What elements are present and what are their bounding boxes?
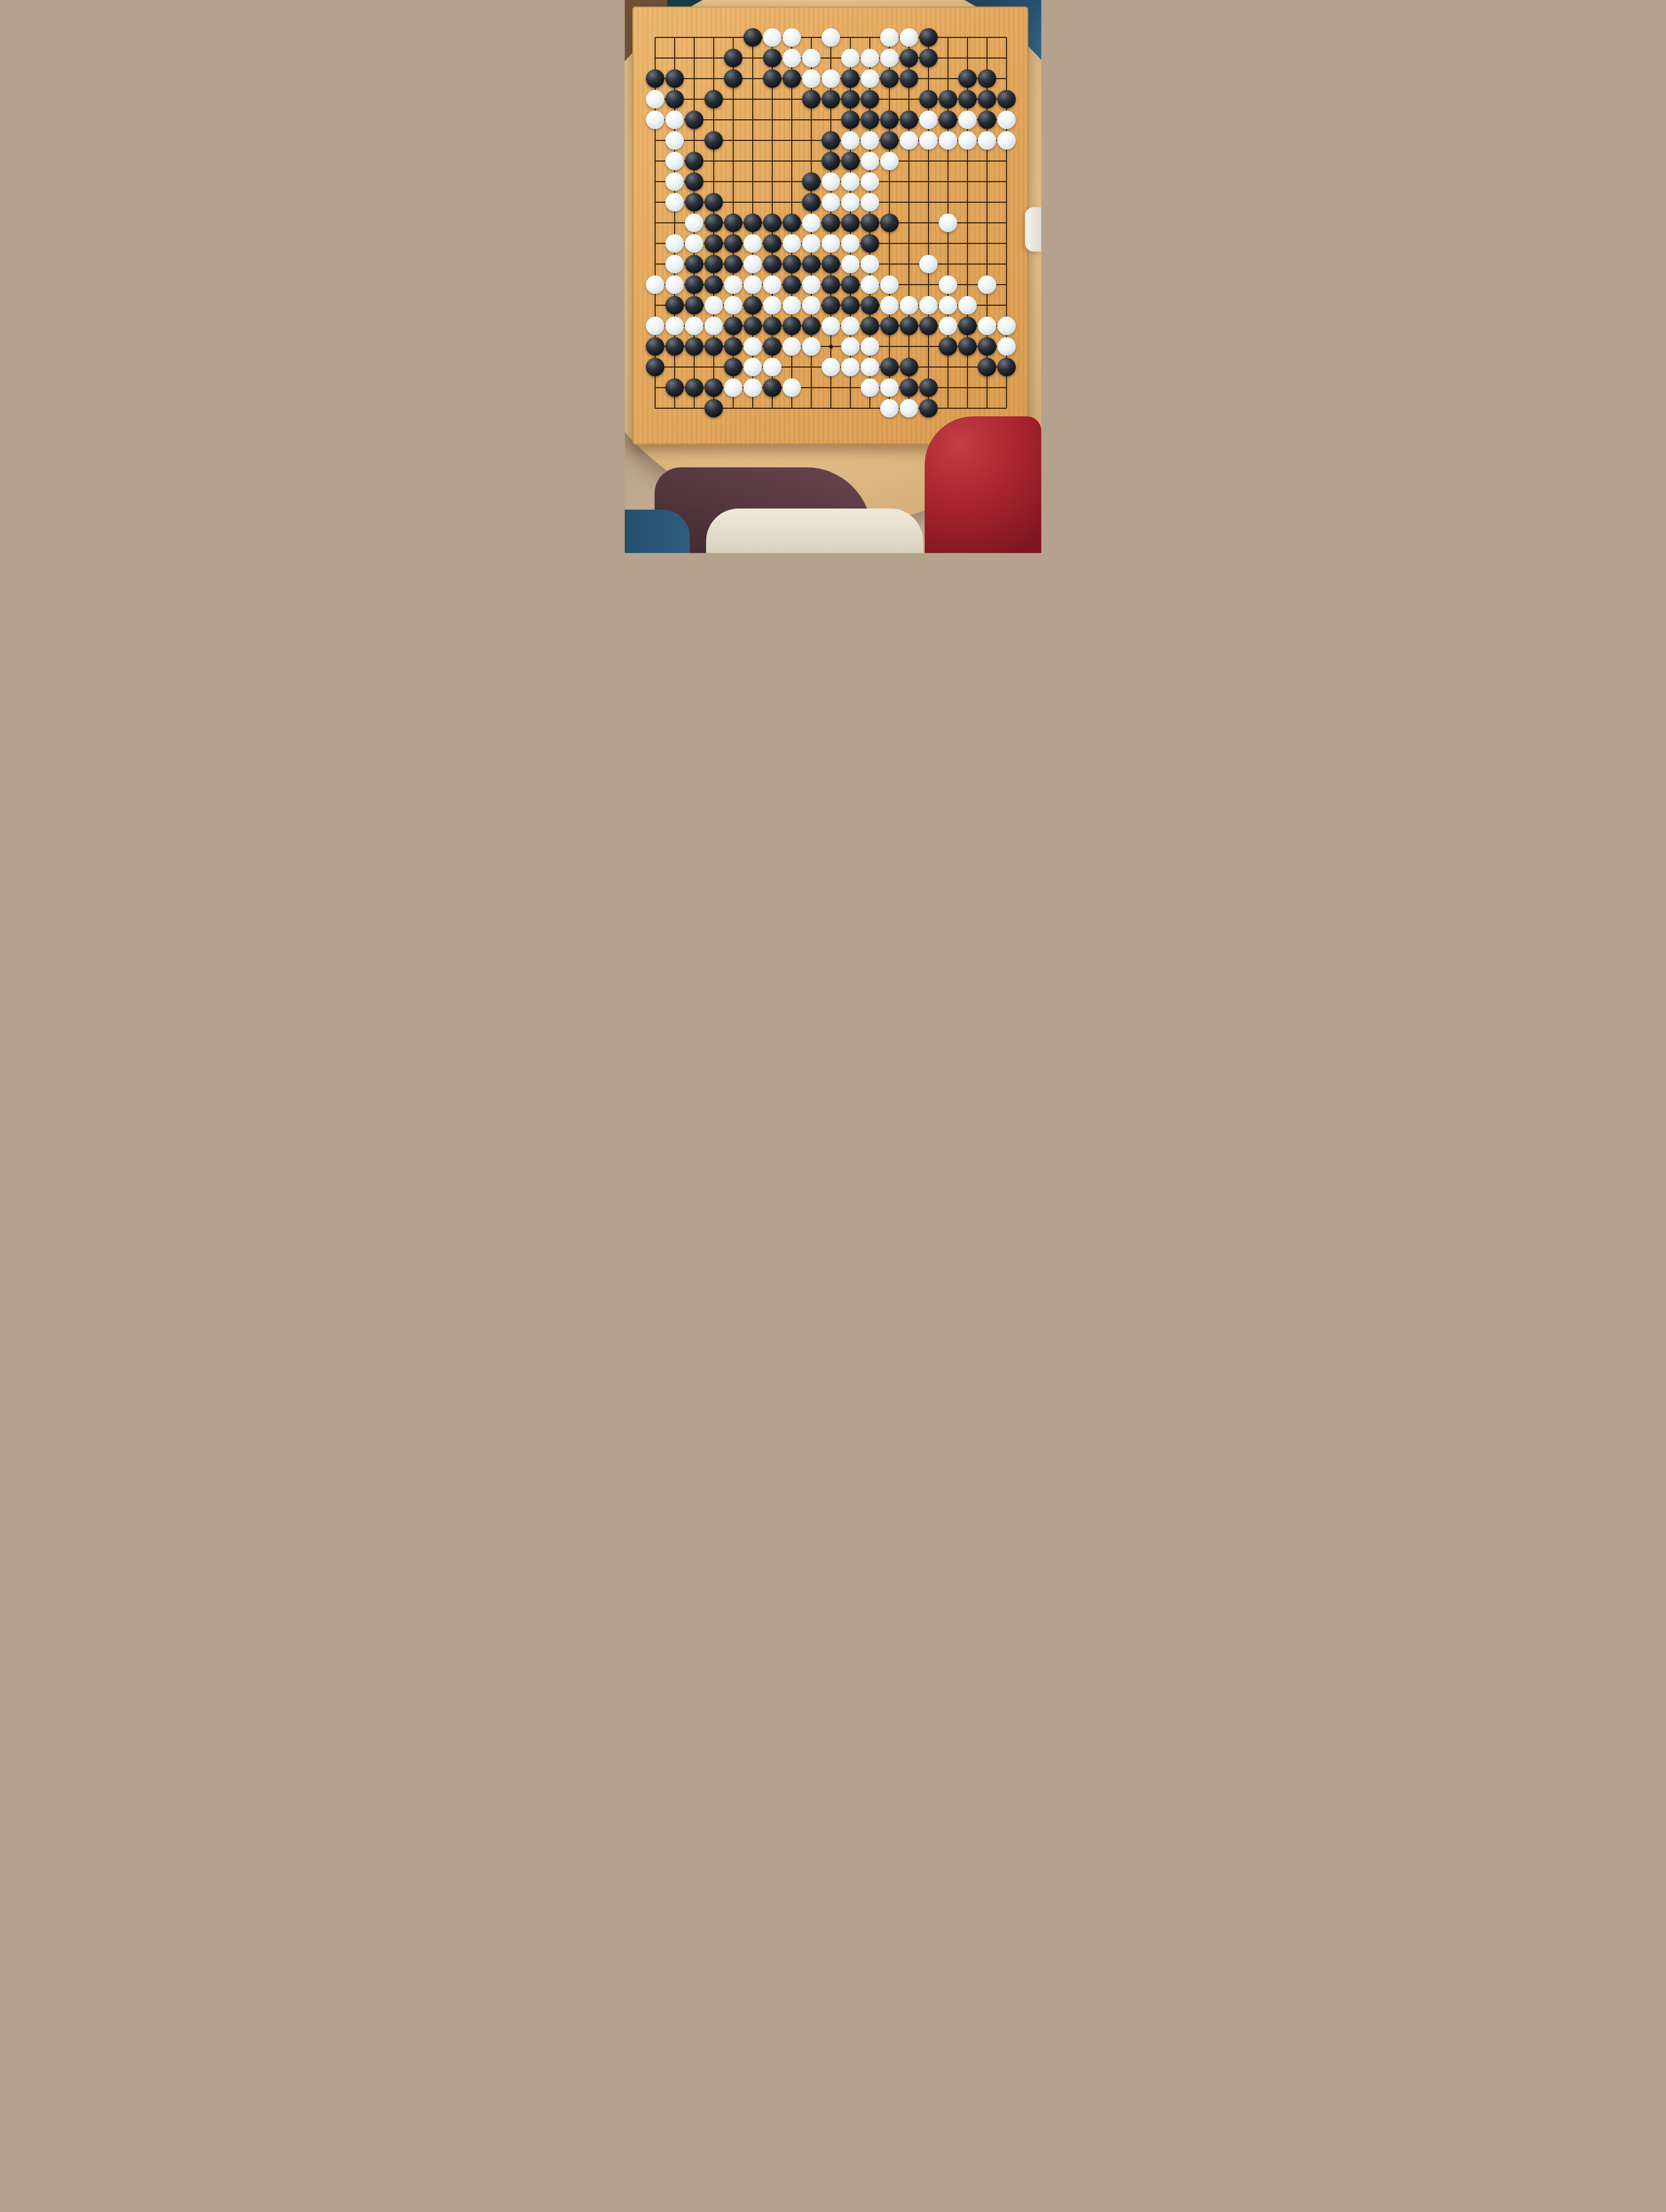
intersection-4-13[interactable] [704,274,723,295]
intersection-9-19[interactable] [802,398,821,419]
intersection-18-16[interactable] [977,336,997,357]
intersection-19-8[interactable] [997,171,1016,192]
intersection-12-12[interactable] [860,254,880,274]
intersection-12-4[interactable] [860,89,880,110]
intersection-15-9[interactable] [919,192,938,213]
intersection-16-19[interactable] [938,398,958,419]
intersection-19-15[interactable] [997,316,1016,336]
intersection-8-18[interactable] [782,377,802,398]
intersection-19-18[interactable] [997,377,1016,398]
intersection-11-3[interactable] [841,68,860,89]
intersection-18-7[interactable] [977,151,997,171]
intersection-15-6[interactable] [919,130,938,151]
intersection-12-10[interactable] [860,213,880,233]
intersection-19-1[interactable] [997,27,1016,48]
intersection-9-10[interactable] [802,213,821,233]
intersection-12-18[interactable] [860,377,880,398]
intersection-2-4[interactable] [665,89,684,110]
intersection-14-7[interactable] [899,151,919,171]
intersection-8-9[interactable] [782,192,802,213]
intersection-2-11[interactable] [665,233,684,254]
intersection-18-19[interactable] [977,398,997,419]
intersection-12-9[interactable] [860,192,880,213]
intersection-18-14[interactable] [977,295,997,316]
intersection-13-14[interactable] [880,295,899,316]
intersection-10-9[interactable] [821,192,841,213]
intersection-16-2[interactable] [938,48,958,68]
intersection-11-17[interactable] [841,357,860,377]
intersection-16-8[interactable] [938,171,958,192]
intersection-10-4[interactable] [821,89,841,110]
intersection-4-1[interactable] [704,27,723,48]
intersection-5-10[interactable] [723,213,743,233]
intersection-6-13[interactable] [743,274,762,295]
intersection-2-1[interactable] [665,27,684,48]
intersection-19-19[interactable] [997,398,1016,419]
intersection-9-16[interactable] [802,336,821,357]
intersection-17-16[interactable] [958,336,977,357]
intersection-1-11[interactable] [645,233,665,254]
intersection-3-3[interactable] [684,68,704,89]
intersection-9-2[interactable] [802,48,821,68]
intersection-5-8[interactable] [723,171,743,192]
intersection-13-11[interactable] [880,233,899,254]
intersection-17-18[interactable] [958,377,977,398]
intersection-4-12[interactable] [704,254,723,274]
intersection-11-8[interactable] [841,171,860,192]
intersection-18-5[interactable] [977,110,997,130]
intersection-9-7[interactable] [802,151,821,171]
intersection-12-6[interactable] [860,130,880,151]
intersection-14-15[interactable] [899,316,919,336]
intersection-16-10[interactable] [938,213,958,233]
intersection-19-5[interactable] [997,110,1016,130]
intersection-15-2[interactable] [919,48,938,68]
intersection-10-11[interactable] [821,233,841,254]
intersection-3-7[interactable] [684,151,704,171]
intersection-4-11[interactable] [704,233,723,254]
intersection-16-11[interactable] [938,233,958,254]
intersection-4-10[interactable] [704,213,723,233]
intersection-6-6[interactable] [743,130,762,151]
intersection-2-13[interactable] [665,274,684,295]
intersection-19-6[interactable] [997,130,1016,151]
intersection-3-6[interactable] [684,130,704,151]
intersection-12-5[interactable] [860,110,880,130]
intersection-3-14[interactable] [684,295,704,316]
intersection-6-9[interactable] [743,192,762,213]
intersection-14-4[interactable] [899,89,919,110]
intersection-7-3[interactable] [762,68,782,89]
intersection-8-14[interactable] [782,295,802,316]
intersection-19-11[interactable] [997,233,1016,254]
intersection-13-5[interactable] [880,110,899,130]
intersection-18-12[interactable] [977,254,997,274]
intersection-14-16[interactable] [899,336,919,357]
intersection-7-18[interactable] [762,377,782,398]
intersection-6-14[interactable] [743,295,762,316]
intersection-11-13[interactable] [841,274,860,295]
intersection-7-14[interactable] [762,295,782,316]
intersection-9-1[interactable] [802,27,821,48]
intersection-6-18[interactable] [743,377,762,398]
intersection-17-1[interactable] [958,27,977,48]
intersection-8-4[interactable] [782,89,802,110]
intersection-7-7[interactable] [762,151,782,171]
intersection-9-11[interactable] [802,233,821,254]
intersection-13-6[interactable] [880,130,899,151]
intersection-15-13[interactable] [919,274,938,295]
intersection-13-9[interactable] [880,192,899,213]
intersection-16-9[interactable] [938,192,958,213]
intersection-5-14[interactable] [723,295,743,316]
intersection-13-16[interactable] [880,336,899,357]
intersection-10-8[interactable] [821,171,841,192]
intersection-8-17[interactable] [782,357,802,377]
intersection-14-10[interactable] [899,213,919,233]
intersection-4-16[interactable] [704,336,723,357]
intersection-16-5[interactable] [938,110,958,130]
intersection-15-18[interactable] [919,377,938,398]
intersection-5-3[interactable] [723,68,743,89]
intersection-7-16[interactable] [762,336,782,357]
intersection-2-19[interactable] [665,398,684,419]
intersection-10-1[interactable] [821,27,841,48]
intersection-7-11[interactable] [762,233,782,254]
intersection-5-19[interactable] [723,398,743,419]
intersection-19-10[interactable] [997,213,1016,233]
intersection-4-9[interactable] [704,192,723,213]
intersection-5-4[interactable] [723,89,743,110]
intersection-12-13[interactable] [860,274,880,295]
intersection-9-12[interactable] [802,254,821,274]
intersection-1-6[interactable] [645,130,665,151]
intersection-16-17[interactable] [938,357,958,377]
intersection-3-19[interactable] [684,398,704,419]
intersection-10-18[interactable] [821,377,841,398]
intersection-11-5[interactable] [841,110,860,130]
intersection-17-8[interactable] [958,171,977,192]
intersection-2-2[interactable] [665,48,684,68]
intersection-19-2[interactable] [997,48,1016,68]
intersection-1-18[interactable] [645,377,665,398]
intersection-4-15[interactable] [704,316,723,336]
intersection-16-14[interactable] [938,295,958,316]
intersection-15-7[interactable] [919,151,938,171]
intersection-17-10[interactable] [958,213,977,233]
intersection-4-18[interactable] [704,377,723,398]
intersection-3-15[interactable] [684,316,704,336]
intersection-16-12[interactable] [938,254,958,274]
intersection-11-6[interactable] [841,130,860,151]
intersection-12-2[interactable] [860,48,880,68]
intersection-1-7[interactable] [645,151,665,171]
intersection-14-13[interactable] [899,274,919,295]
intersection-18-18[interactable] [977,377,997,398]
intersection-17-4[interactable] [958,89,977,110]
intersection-17-5[interactable] [958,110,977,130]
intersection-16-13[interactable] [938,274,958,295]
intersection-7-10[interactable] [762,213,782,233]
intersection-11-19[interactable] [841,398,860,419]
intersection-5-13[interactable] [723,274,743,295]
intersection-10-13[interactable] [821,274,841,295]
intersection-6-10[interactable] [743,213,762,233]
intersection-5-12[interactable] [723,254,743,274]
intersection-1-10[interactable] [645,213,665,233]
intersection-9-18[interactable] [802,377,821,398]
intersection-6-5[interactable] [743,110,762,130]
intersection-2-6[interactable] [665,130,684,151]
intersection-7-4[interactable] [762,89,782,110]
intersection-2-10[interactable] [665,213,684,233]
intersection-17-19[interactable] [958,398,977,419]
intersection-3-16[interactable] [684,336,704,357]
intersection-16-7[interactable] [938,151,958,171]
intersection-9-15[interactable] [802,316,821,336]
intersection-5-2[interactable] [723,48,743,68]
intersection-12-17[interactable] [860,357,880,377]
intersection-2-17[interactable] [665,357,684,377]
intersection-10-19[interactable] [821,398,841,419]
intersection-14-14[interactable] [899,295,919,316]
intersection-10-7[interactable] [821,151,841,171]
intersection-2-5[interactable] [665,110,684,130]
intersection-8-8[interactable] [782,171,802,192]
intersection-5-1[interactable] [723,27,743,48]
intersection-5-7[interactable] [723,151,743,171]
intersection-14-2[interactable] [899,48,919,68]
intersection-5-16[interactable] [723,336,743,357]
intersection-6-7[interactable] [743,151,762,171]
intersection-10-14[interactable] [821,295,841,316]
intersection-4-2[interactable] [704,48,723,68]
intersection-2-15[interactable] [665,316,684,336]
intersection-7-5[interactable] [762,110,782,130]
intersection-18-6[interactable] [977,130,997,151]
intersection-15-16[interactable] [919,336,938,357]
intersection-17-7[interactable] [958,151,977,171]
intersection-11-11[interactable] [841,233,860,254]
intersection-19-13[interactable] [997,274,1016,295]
intersection-10-3[interactable] [821,68,841,89]
intersection-3-17[interactable] [684,357,704,377]
intersection-17-17[interactable] [958,357,977,377]
intersection-1-15[interactable] [645,316,665,336]
intersection-10-15[interactable] [821,316,841,336]
intersection-5-17[interactable] [723,357,743,377]
intersection-7-13[interactable] [762,274,782,295]
intersection-12-15[interactable] [860,316,880,336]
intersection-8-11[interactable] [782,233,802,254]
intersection-18-17[interactable] [977,357,997,377]
intersection-15-12[interactable] [919,254,938,274]
intersection-2-18[interactable] [665,377,684,398]
intersection-10-6[interactable] [821,130,841,151]
intersection-13-1[interactable] [880,27,899,48]
intersection-1-13[interactable] [645,274,665,295]
intersection-4-8[interactable] [704,171,723,192]
intersection-3-4[interactable] [684,89,704,110]
intersection-2-8[interactable] [665,171,684,192]
intersection-13-10[interactable] [880,213,899,233]
intersection-17-2[interactable] [958,48,977,68]
intersection-10-10[interactable] [821,213,841,233]
intersection-6-8[interactable] [743,171,762,192]
intersection-5-18[interactable] [723,377,743,398]
intersection-1-1[interactable] [645,27,665,48]
intersection-15-10[interactable] [919,213,938,233]
intersection-7-2[interactable] [762,48,782,68]
intersection-13-12[interactable] [880,254,899,274]
intersection-18-13[interactable] [977,274,997,295]
intersection-16-3[interactable] [938,68,958,89]
intersection-14-3[interactable] [899,68,919,89]
intersection-15-8[interactable] [919,171,938,192]
intersection-2-14[interactable] [665,295,684,316]
intersection-12-11[interactable] [860,233,880,254]
intersection-18-8[interactable] [977,171,997,192]
intersection-11-18[interactable] [841,377,860,398]
intersection-13-13[interactable] [880,274,899,295]
intersection-19-12[interactable] [997,254,1016,274]
intersection-4-6[interactable] [704,130,723,151]
intersection-14-12[interactable] [899,254,919,274]
intersection-13-19[interactable] [880,398,899,419]
intersection-13-2[interactable] [880,48,899,68]
intersection-9-17[interactable] [802,357,821,377]
intersection-13-4[interactable] [880,89,899,110]
intersection-1-4[interactable] [645,89,665,110]
intersection-6-19[interactable] [743,398,762,419]
intersection-9-9[interactable] [802,192,821,213]
intersection-3-5[interactable] [684,110,704,130]
intersection-4-7[interactable] [704,151,723,171]
intersection-19-14[interactable] [997,295,1016,316]
intersection-17-9[interactable] [958,192,977,213]
intersection-13-7[interactable] [880,151,899,171]
intersection-19-17[interactable] [997,357,1016,377]
intersection-19-9[interactable] [997,192,1016,213]
intersection-18-15[interactable] [977,316,997,336]
intersection-8-6[interactable] [782,130,802,151]
intersection-11-1[interactable] [841,27,860,48]
intersection-3-2[interactable] [684,48,704,68]
intersection-12-16[interactable] [860,336,880,357]
intersection-18-1[interactable] [977,27,997,48]
intersection-3-11[interactable] [684,233,704,254]
intersection-2-7[interactable] [665,151,684,171]
intersection-15-4[interactable] [919,89,938,110]
intersection-17-14[interactable] [958,295,977,316]
intersection-8-2[interactable] [782,48,802,68]
intersection-8-1[interactable] [782,27,802,48]
intersection-17-15[interactable] [958,316,977,336]
intersection-3-9[interactable] [684,192,704,213]
intersection-13-15[interactable] [880,316,899,336]
intersection-14-11[interactable] [899,233,919,254]
intersection-1-9[interactable] [645,192,665,213]
intersection-17-11[interactable] [958,233,977,254]
intersection-4-3[interactable] [704,68,723,89]
intersection-15-17[interactable] [919,357,938,377]
intersection-7-17[interactable] [762,357,782,377]
intersection-3-1[interactable] [684,27,704,48]
intersection-11-7[interactable] [841,151,860,171]
intersection-19-3[interactable] [997,68,1016,89]
intersection-16-6[interactable] [938,130,958,151]
intersection-8-15[interactable] [782,316,802,336]
intersection-9-5[interactable] [802,110,821,130]
intersection-14-9[interactable] [899,192,919,213]
intersection-6-4[interactable] [743,89,762,110]
intersection-11-15[interactable] [841,316,860,336]
intersection-3-10[interactable] [684,213,704,233]
intersection-1-8[interactable] [645,171,665,192]
intersection-3-13[interactable] [684,274,704,295]
intersection-7-9[interactable] [762,192,782,213]
intersection-10-5[interactable] [821,110,841,130]
intersection-12-1[interactable] [860,27,880,48]
intersection-6-12[interactable] [743,254,762,274]
intersection-14-19[interactable] [899,398,919,419]
intersection-18-4[interactable] [977,89,997,110]
intersection-16-15[interactable] [938,316,958,336]
intersection-11-4[interactable] [841,89,860,110]
intersection-18-11[interactable] [977,233,997,254]
intersection-15-11[interactable] [919,233,938,254]
intersection-16-16[interactable] [938,336,958,357]
intersection-12-3[interactable] [860,68,880,89]
intersection-19-4[interactable] [997,89,1016,110]
intersection-8-13[interactable] [782,274,802,295]
intersection-9-6[interactable] [802,130,821,151]
intersection-12-14[interactable] [860,295,880,316]
intersection-7-19[interactable] [762,398,782,419]
intersection-7-8[interactable] [762,171,782,192]
intersection-7-15[interactable] [762,316,782,336]
intersection-4-5[interactable] [704,110,723,130]
intersection-14-17[interactable] [899,357,919,377]
intersection-5-9[interactable] [723,192,743,213]
intersection-18-2[interactable] [977,48,997,68]
intersection-18-3[interactable] [977,68,997,89]
intersection-5-5[interactable] [723,110,743,130]
intersection-11-9[interactable] [841,192,860,213]
intersection-4-19[interactable] [704,398,723,419]
intersection-12-19[interactable] [860,398,880,419]
intersection-1-19[interactable] [645,398,665,419]
intersection-4-4[interactable] [704,89,723,110]
intersection-1-5[interactable] [645,110,665,130]
intersection-8-5[interactable] [782,110,802,130]
intersection-6-1[interactable] [743,27,762,48]
intersection-17-3[interactable] [958,68,977,89]
intersection-3-12[interactable] [684,254,704,274]
intersection-7-6[interactable] [762,130,782,151]
intersection-9-14[interactable] [802,295,821,316]
intersection-8-16[interactable] [782,336,802,357]
intersection-8-19[interactable] [782,398,802,419]
intersection-9-4[interactable] [802,89,821,110]
intersection-15-3[interactable] [919,68,938,89]
intersection-5-15[interactable] [723,316,743,336]
intersection-10-17[interactable] [821,357,841,377]
intersection-15-15[interactable] [919,316,938,336]
intersection-16-4[interactable] [938,89,958,110]
intersection-2-12[interactable] [665,254,684,274]
intersection-11-14[interactable] [841,295,860,316]
